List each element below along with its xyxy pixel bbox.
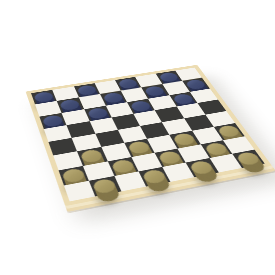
olive-piece-glyph: ⛀ xyxy=(235,154,237,156)
navy-piece-glyph: ⛂ xyxy=(117,80,119,81)
navy-piece-glyph: ⛂ xyxy=(59,101,61,102)
navy-piece-glyph: ⛂ xyxy=(76,87,78,88)
olive-piece-glyph: ⛀ xyxy=(189,163,191,165)
navy-piece-glyph: ⛂ xyxy=(185,81,187,82)
product-photo-scene: ⛂⛂⛂⛂⛂⛂⛂⛂⛂⛂⛂⛂⛀⛀⛀⛀⛀⛀⛀⛀⛀⛀⛀⛀ xyxy=(0,0,275,275)
olive-piece-glyph: ⛀ xyxy=(203,145,205,146)
olive-piece-glyph: ⛀ xyxy=(141,172,143,174)
checkers-board-grid: ⛂⛂⛂⛂⛂⛂⛂⛂⛂⛂⛂⛂⛀⛀⛀⛀⛀⛀⛀⛀⛀⛀⛀⛀ xyxy=(31,68,265,202)
olive-piece[interactable]: ⛀ xyxy=(141,169,167,185)
olive-piece-glyph: ⛀ xyxy=(127,144,129,145)
olive-piece-glyph: ⛀ xyxy=(92,181,94,183)
olive-piece-glyph: ⛀ xyxy=(61,171,63,173)
navy-piece-glyph: ⛂ xyxy=(158,74,160,75)
navy-piece-glyph: ⛂ xyxy=(86,110,88,111)
navy-piece-glyph: ⛂ xyxy=(42,117,44,118)
checkers-board: ⛂⛂⛂⛂⛂⛂⛂⛂⛂⛂⛂⛂⛀⛀⛀⛀⛀⛀⛀⛀⛀⛀⛀⛀ xyxy=(26,65,272,206)
navy-piece-glyph: ⛂ xyxy=(171,96,173,97)
photo-background: ⛂⛂⛂⛂⛂⛂⛂⛂⛂⛂⛂⛂⛀⛀⛀⛀⛀⛀⛀⛀⛀⛀⛀⛀ xyxy=(0,0,275,275)
navy-piece-glyph: ⛂ xyxy=(33,94,35,95)
olive-piece-glyph: ⛀ xyxy=(216,128,218,129)
olive-piece-glyph: ⛀ xyxy=(110,162,112,164)
olive-piece[interactable]: ⛀ xyxy=(235,151,262,166)
navy-piece-glyph: ⛂ xyxy=(129,102,131,103)
olive-piece-glyph: ⛀ xyxy=(157,153,159,155)
navy-piece-glyph: ⛂ xyxy=(102,95,104,96)
olive-piece-glyph: ⛀ xyxy=(172,135,174,136)
olive-piece[interactable]: ⛀ xyxy=(92,178,118,195)
olive-piece-glyph: ⛀ xyxy=(80,152,82,154)
navy-piece-glyph: ⛂ xyxy=(144,88,146,89)
